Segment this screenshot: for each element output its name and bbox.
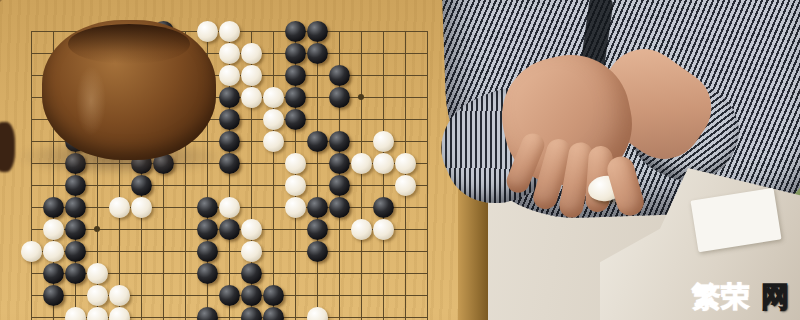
bowl-highlight	[76, 66, 106, 136]
black-stone	[241, 307, 262, 320]
black-stone	[329, 131, 350, 152]
white-stone	[219, 65, 240, 86]
black-stone	[65, 175, 86, 196]
white-stone	[395, 153, 416, 174]
black-stone	[65, 263, 86, 284]
black-stone	[43, 285, 64, 306]
white-stone	[87, 285, 108, 306]
go-stone-bowl	[42, 20, 216, 160]
star-point	[94, 226, 100, 232]
white-stone	[241, 87, 262, 108]
bowl-opening	[68, 24, 190, 64]
black-stone	[285, 21, 306, 42]
white-stone	[131, 197, 152, 218]
white-stone	[241, 43, 262, 64]
black-stone	[65, 219, 86, 240]
white-stone	[109, 197, 130, 218]
white-stone	[241, 65, 262, 86]
white-stone	[285, 175, 306, 196]
white-stone	[241, 241, 262, 262]
black-stone	[219, 87, 240, 108]
black-stone	[329, 65, 350, 86]
star-point	[358, 94, 364, 100]
black-stone	[219, 131, 240, 152]
black-stone	[307, 241, 328, 262]
black-stone	[43, 263, 64, 284]
black-stone	[263, 285, 284, 306]
black-stone	[197, 241, 218, 262]
wooden-object-left	[0, 122, 15, 172]
white-stone	[219, 197, 240, 218]
black-stone	[285, 65, 306, 86]
white-stone	[395, 175, 416, 196]
white-stone	[373, 131, 394, 152]
black-stone	[65, 241, 86, 262]
white-stone	[241, 219, 262, 240]
black-stone	[241, 263, 262, 284]
black-stone	[43, 197, 64, 218]
black-stone	[197, 219, 218, 240]
black-stone	[329, 175, 350, 196]
black-stone	[241, 285, 262, 306]
white-stone	[43, 241, 64, 262]
white-stone	[87, 307, 108, 320]
watermark-brand: 繁荣	[692, 281, 750, 312]
black-stone	[373, 197, 394, 218]
black-stone	[307, 43, 328, 64]
white-stone	[373, 153, 394, 174]
black-stone	[307, 131, 328, 152]
black-stone	[197, 197, 218, 218]
white-stone	[351, 153, 372, 174]
black-stone	[219, 285, 240, 306]
black-stone	[307, 197, 328, 218]
black-stone	[285, 109, 306, 130]
white-stone	[21, 241, 42, 262]
watermark: 繁荣 网	[692, 278, 790, 316]
black-stone	[263, 307, 284, 320]
black-stone	[197, 307, 218, 320]
go-game-photo: 繁荣 网	[0, 0, 800, 320]
black-stone	[285, 87, 306, 108]
white-stone	[263, 109, 284, 130]
black-stone	[329, 197, 350, 218]
black-stone	[329, 87, 350, 108]
white-stone	[219, 21, 240, 42]
white-stone	[219, 43, 240, 64]
white-stone	[109, 307, 130, 320]
watermark-suffix: 网	[761, 281, 790, 312]
white-stone	[43, 219, 64, 240]
white-stone	[197, 21, 218, 42]
black-stone	[65, 197, 86, 218]
black-stone	[131, 175, 152, 196]
black-stone	[285, 43, 306, 64]
white-stone	[109, 285, 130, 306]
white-stone	[285, 153, 306, 174]
white-stone	[307, 307, 328, 320]
white-stone	[373, 219, 394, 240]
white-stone	[285, 197, 306, 218]
white-stone	[263, 87, 284, 108]
black-stone	[307, 21, 328, 42]
black-stone	[197, 263, 218, 284]
black-stone	[219, 109, 240, 130]
white-stone	[351, 219, 372, 240]
black-stone	[307, 219, 328, 240]
white-stone	[65, 307, 86, 320]
white-stone	[87, 263, 108, 284]
white-stone	[263, 131, 284, 152]
black-stone	[329, 153, 350, 174]
black-stone	[219, 219, 240, 240]
